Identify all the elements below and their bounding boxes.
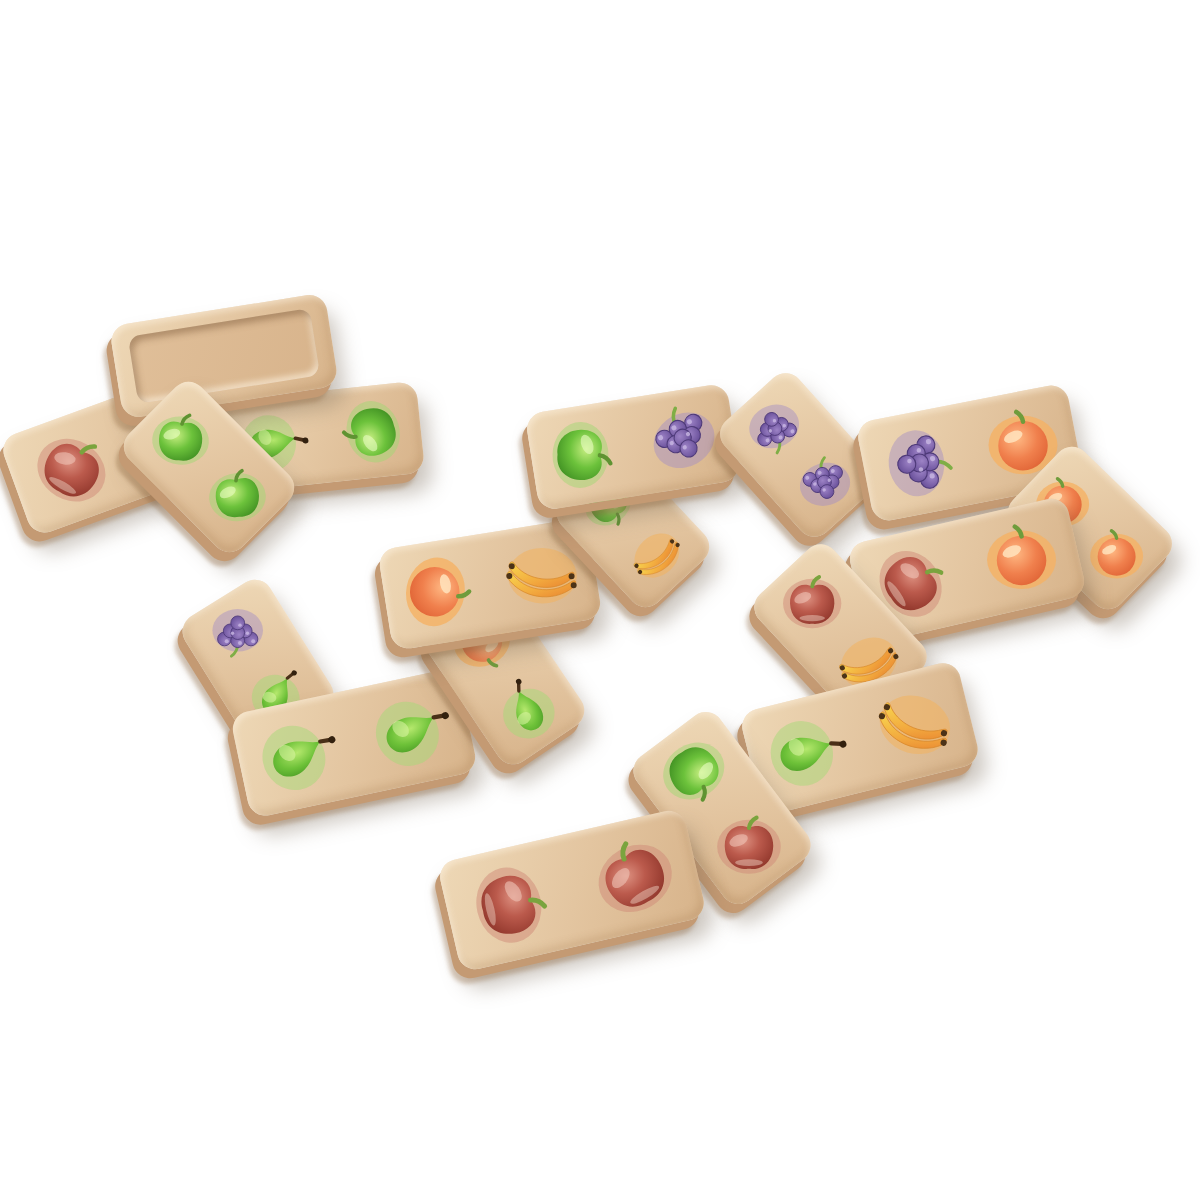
red-apple-icon xyxy=(451,845,570,964)
tile-half-orange xyxy=(377,534,498,651)
tile-half-green-apple xyxy=(317,381,425,483)
blank-tile-recess xyxy=(128,308,319,404)
domino-tile-green-apple-grapes xyxy=(525,383,742,512)
tile-half-orange xyxy=(956,495,1088,620)
banana-icon xyxy=(497,530,589,622)
tile-half-red-apple xyxy=(559,807,707,944)
orange-icon xyxy=(977,512,1067,602)
red-apple-icon xyxy=(708,802,791,885)
table-scene xyxy=(0,0,1200,1200)
red-apple-icon xyxy=(566,808,701,943)
green-apple-icon xyxy=(539,411,626,498)
red-apple-icon xyxy=(774,564,850,640)
pear-icon xyxy=(233,691,361,819)
orange-icon xyxy=(385,540,491,646)
tile-half-grapes xyxy=(855,403,979,524)
banana-icon xyxy=(857,667,972,782)
tile-half-pear xyxy=(230,691,366,819)
tile-half-green-apple xyxy=(525,399,641,512)
green-apple-icon xyxy=(197,455,277,535)
domino-tile-red-apple-red-apple xyxy=(437,807,708,973)
domino-tile-orange-banana xyxy=(377,517,602,651)
red-apple-icon xyxy=(9,406,135,532)
orange-icon xyxy=(1082,520,1151,589)
grapes-icon xyxy=(868,414,967,513)
green-apple-icon xyxy=(321,382,421,482)
tile-half-red-apple xyxy=(437,835,585,972)
